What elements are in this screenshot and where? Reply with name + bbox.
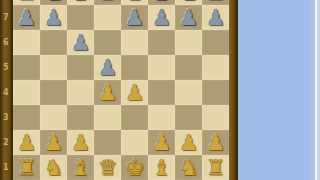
- square-c2[interactable]: ♟: [67, 130, 94, 155]
- square-f2[interactable]: ♟: [148, 130, 175, 155]
- square-b6[interactable]: [40, 30, 67, 55]
- side-panel: [238, 0, 320, 180]
- black-knight-b8[interactable]: ♞: [44, 0, 64, 4]
- black-pawn-d5[interactable]: ♟: [98, 57, 118, 79]
- white-queen-d1[interactable]: ♛: [98, 157, 118, 179]
- square-h1[interactable]: ♜: [202, 155, 229, 180]
- square-g1[interactable]: ♞: [175, 155, 202, 180]
- square-c3[interactable]: [67, 105, 94, 130]
- white-pawn-e4[interactable]: ♟: [125, 82, 145, 104]
- black-pawn-a7[interactable]: ♟: [17, 7, 37, 29]
- square-c6[interactable]: ♟: [67, 30, 94, 55]
- square-g2[interactable]: ♟: [175, 130, 202, 155]
- square-e4[interactable]: ♟: [121, 80, 148, 105]
- rank-labels: 87654321: [0, 0, 13, 180]
- rank-label-1: 1: [0, 155, 13, 180]
- square-b2[interactable]: ♟: [40, 130, 67, 155]
- square-h2[interactable]: ♟: [202, 130, 229, 155]
- square-e7[interactable]: ♟: [121, 5, 148, 30]
- square-g6[interactable]: [175, 30, 202, 55]
- square-a1[interactable]: ♜: [13, 155, 40, 180]
- square-e1[interactable]: ♚: [121, 155, 148, 180]
- black-knight-g8[interactable]: ♞: [179, 0, 199, 4]
- black-pawn-g7[interactable]: ♟: [179, 7, 199, 29]
- square-c5[interactable]: [67, 55, 94, 80]
- black-bishop-f8[interactable]: ♝: [152, 0, 172, 4]
- square-g4[interactable]: [175, 80, 202, 105]
- square-g5[interactable]: [175, 55, 202, 80]
- white-pawn-g2[interactable]: ♟: [179, 132, 199, 154]
- white-pawn-f2[interactable]: ♟: [152, 132, 172, 154]
- white-pawn-a2[interactable]: ♟: [17, 132, 37, 154]
- square-d6[interactable]: [94, 30, 121, 55]
- rank-label-3: 3: [0, 105, 13, 130]
- square-h4[interactable]: [202, 80, 229, 105]
- square-g3[interactable]: [175, 105, 202, 130]
- black-pawn-f7[interactable]: ♟: [152, 7, 172, 29]
- white-pawn-h2[interactable]: ♟: [206, 132, 226, 154]
- white-bishop-c1[interactable]: ♝: [71, 157, 91, 179]
- square-c7[interactable]: [67, 5, 94, 30]
- square-d7[interactable]: [94, 5, 121, 30]
- square-d5[interactable]: ♟: [94, 55, 121, 80]
- square-b1[interactable]: ♞: [40, 155, 67, 180]
- square-e6[interactable]: [121, 30, 148, 55]
- square-h5[interactable]: [202, 55, 229, 80]
- square-b5[interactable]: [40, 55, 67, 80]
- white-rook-h1[interactable]: ♜: [206, 157, 226, 179]
- square-h3[interactable]: [202, 105, 229, 130]
- black-pawn-c6[interactable]: ♟: [71, 32, 91, 54]
- square-a4[interactable]: [13, 80, 40, 105]
- black-bishop-c8[interactable]: ♝: [71, 0, 91, 4]
- square-h6[interactable]: [202, 30, 229, 55]
- square-d2[interactable]: [94, 130, 121, 155]
- square-b7[interactable]: ♟: [40, 5, 67, 30]
- rank-label-7: 7: [0, 5, 13, 30]
- square-a3[interactable]: [13, 105, 40, 130]
- square-b3[interactable]: [40, 105, 67, 130]
- square-f1[interactable]: ♝: [148, 155, 175, 180]
- rank-label-4: 4: [0, 80, 13, 105]
- white-bishop-f1[interactable]: ♝: [152, 157, 172, 179]
- square-d4[interactable]: ♟: [94, 80, 121, 105]
- square-a7[interactable]: ♟: [13, 5, 40, 30]
- black-pawn-b7[interactable]: ♟: [44, 7, 64, 29]
- square-f3[interactable]: [148, 105, 175, 130]
- square-h7[interactable]: ♟: [202, 5, 229, 30]
- white-pawn-c2[interactable]: ♟: [71, 132, 91, 154]
- square-e5[interactable]: [121, 55, 148, 80]
- black-king-e8[interactable]: ♚: [125, 0, 145, 4]
- square-d1[interactable]: ♛: [94, 155, 121, 180]
- white-pawn-b2[interactable]: ♟: [44, 132, 64, 154]
- chess-app-window: 87654321 ♜♞♝♛♚♝♞♜♟♟♟♟♟♟♟♟♟♟♟♟♟♟♟♟♜♞♝♛♚♝♞…: [0, 0, 320, 180]
- black-pawn-h7[interactable]: ♟: [206, 7, 226, 29]
- white-pawn-d4[interactable]: ♟: [98, 82, 118, 104]
- square-a2[interactable]: ♟: [13, 130, 40, 155]
- black-rook-a8[interactable]: ♜: [17, 0, 37, 4]
- rank-label-2: 2: [0, 130, 13, 155]
- black-queen-d8[interactable]: ♛: [98, 0, 118, 4]
- square-a6[interactable]: [13, 30, 40, 55]
- square-b4[interactable]: [40, 80, 67, 105]
- square-c1[interactable]: ♝: [67, 155, 94, 180]
- white-knight-b1[interactable]: ♞: [44, 157, 64, 179]
- square-f7[interactable]: ♟: [148, 5, 175, 30]
- rank-label-5: 5: [0, 55, 13, 80]
- black-rook-h8[interactable]: ♜: [206, 0, 226, 4]
- white-rook-a1[interactable]: ♜: [17, 157, 37, 179]
- white-king-e1[interactable]: ♚: [125, 157, 145, 179]
- rank-label-6: 6: [0, 30, 13, 55]
- square-f5[interactable]: [148, 55, 175, 80]
- square-d3[interactable]: [94, 105, 121, 130]
- square-c4[interactable]: [67, 80, 94, 105]
- white-knight-g1[interactable]: ♞: [179, 157, 199, 179]
- square-g7[interactable]: ♟: [175, 5, 202, 30]
- black-pawn-e7[interactable]: ♟: [125, 7, 145, 29]
- board: ♜♞♝♛♚♝♞♜♟♟♟♟♟♟♟♟♟♟♟♟♟♟♟♟♜♞♝♛♚♝♞♜: [13, 0, 229, 180]
- square-a5[interactable]: [13, 55, 40, 80]
- square-f4[interactable]: [148, 80, 175, 105]
- board-right-frame: [229, 0, 238, 180]
- square-f6[interactable]: [148, 30, 175, 55]
- square-e2[interactable]: [121, 130, 148, 155]
- square-e3[interactable]: [121, 105, 148, 130]
